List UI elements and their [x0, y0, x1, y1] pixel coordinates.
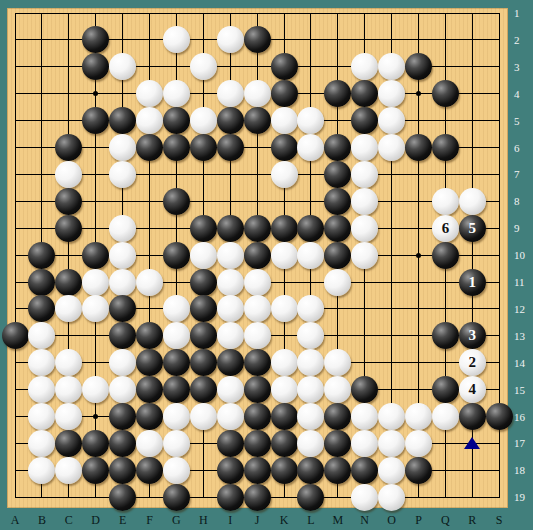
black-stone[interactable]	[190, 376, 217, 403]
row-label: 11	[514, 276, 533, 288]
white-stone[interactable]	[109, 134, 136, 161]
column-label: N	[355, 513, 375, 528]
star-point	[93, 91, 98, 96]
white-stone[interactable]	[109, 161, 136, 188]
white-stone[interactable]	[244, 269, 271, 296]
black-stone[interactable]	[244, 376, 271, 403]
black-stone[interactable]	[217, 349, 244, 376]
black-stone[interactable]	[271, 215, 298, 242]
black-stone[interactable]	[324, 457, 351, 484]
white-stone[interactable]	[378, 53, 405, 80]
move-number-label: 6	[432, 215, 459, 242]
move-number-label: 2	[459, 349, 486, 376]
black-stone[interactable]	[28, 242, 55, 269]
white-stone[interactable]	[297, 295, 324, 322]
white-stone[interactable]	[244, 295, 271, 322]
star-point	[416, 91, 421, 96]
black-stone[interactable]	[82, 242, 109, 269]
white-stone[interactable]	[297, 403, 324, 430]
white-stone[interactable]	[324, 269, 351, 296]
black-stone[interactable]	[55, 269, 82, 296]
black-stone[interactable]	[55, 215, 82, 242]
column-label: B	[32, 513, 52, 528]
white-stone[interactable]	[405, 430, 432, 457]
black-stone[interactable]	[297, 484, 324, 511]
black-stone[interactable]	[405, 134, 432, 161]
black-stone[interactable]	[244, 242, 271, 269]
white-stone[interactable]	[28, 349, 55, 376]
black-stone[interactable]	[163, 349, 190, 376]
column-label: K	[274, 513, 294, 528]
black-stone[interactable]	[82, 107, 109, 134]
black-stone[interactable]	[405, 457, 432, 484]
black-stone[interactable]	[459, 403, 486, 430]
black-stone[interactable]	[55, 430, 82, 457]
white-stone[interactable]	[109, 376, 136, 403]
black-stone[interactable]	[271, 457, 298, 484]
white-stone[interactable]	[55, 349, 82, 376]
black-stone[interactable]	[217, 134, 244, 161]
black-stone[interactable]	[432, 376, 459, 403]
white-stone[interactable]: 2	[459, 349, 486, 376]
black-stone[interactable]	[297, 215, 324, 242]
black-stone[interactable]	[432, 80, 459, 107]
black-stone[interactable]	[432, 322, 459, 349]
white-stone[interactable]	[109, 53, 136, 80]
column-label: O	[382, 513, 402, 528]
column-label: C	[59, 513, 79, 528]
row-label: 12	[514, 303, 533, 315]
black-stone[interactable]	[217, 484, 244, 511]
black-stone[interactable]: 3	[459, 322, 486, 349]
column-label: R	[462, 513, 482, 528]
white-stone[interactable]	[297, 376, 324, 403]
white-stone[interactable]	[163, 26, 190, 53]
white-stone[interactable]	[432, 403, 459, 430]
row-label: 13	[514, 330, 533, 342]
black-stone[interactable]	[28, 269, 55, 296]
black-stone[interactable]	[324, 242, 351, 269]
black-stone[interactable]	[217, 107, 244, 134]
white-stone[interactable]	[297, 242, 324, 269]
black-stone[interactable]	[190, 322, 217, 349]
white-stone[interactable]	[271, 107, 298, 134]
white-stone[interactable]	[190, 107, 217, 134]
black-stone[interactable]	[190, 349, 217, 376]
white-stone[interactable]	[324, 349, 351, 376]
black-stone[interactable]	[190, 269, 217, 296]
column-label: G	[166, 513, 186, 528]
black-stone[interactable]	[244, 403, 271, 430]
white-stone[interactable]	[163, 322, 190, 349]
star-point	[416, 253, 421, 258]
column-label: I	[220, 513, 240, 528]
black-stone[interactable]	[109, 295, 136, 322]
black-stone[interactable]	[190, 134, 217, 161]
white-stone[interactable]	[28, 430, 55, 457]
white-stone[interactable]	[324, 376, 351, 403]
white-stone[interactable]	[109, 242, 136, 269]
black-stone[interactable]	[244, 26, 271, 53]
row-label: 14	[514, 357, 533, 369]
column-label: M	[328, 513, 348, 528]
row-label: 6	[514, 142, 533, 154]
black-stone[interactable]	[109, 107, 136, 134]
white-stone[interactable]	[190, 403, 217, 430]
black-stone[interactable]	[109, 484, 136, 511]
row-label: 3	[514, 61, 533, 73]
black-stone[interactable]	[324, 134, 351, 161]
white-stone[interactable]	[297, 349, 324, 376]
black-stone[interactable]	[351, 457, 378, 484]
black-stone[interactable]	[324, 188, 351, 215]
black-stone[interactable]	[271, 80, 298, 107]
white-stone[interactable]	[244, 322, 271, 349]
white-stone[interactable]	[297, 322, 324, 349]
move-number-label: 3	[459, 322, 486, 349]
white-stone[interactable]	[55, 376, 82, 403]
column-label: H	[193, 513, 213, 528]
row-label: 10	[514, 249, 533, 261]
white-stone[interactable]	[378, 134, 405, 161]
white-stone[interactable]	[351, 188, 378, 215]
white-stone[interactable]	[351, 215, 378, 242]
black-stone[interactable]	[136, 457, 163, 484]
row-label: 2	[514, 34, 533, 46]
black-stone[interactable]	[432, 134, 459, 161]
black-stone[interactable]	[244, 484, 271, 511]
white-stone[interactable]	[55, 161, 82, 188]
black-stone[interactable]	[2, 322, 29, 349]
column-label: L	[301, 513, 321, 528]
go-board-app: 651324 ABCDEFGHIJKLMNOPQRS12345678910111…	[0, 0, 533, 530]
black-stone[interactable]	[163, 242, 190, 269]
black-stone[interactable]	[297, 457, 324, 484]
black-stone[interactable]	[351, 80, 378, 107]
white-stone[interactable]	[432, 188, 459, 215]
white-stone[interactable]	[190, 53, 217, 80]
white-stone[interactable]	[28, 322, 55, 349]
column-label: E	[113, 513, 133, 528]
column-label: S	[489, 513, 509, 528]
white-stone[interactable]	[378, 430, 405, 457]
black-stone[interactable]	[271, 403, 298, 430]
white-stone[interactable]	[55, 403, 82, 430]
row-label: 7	[514, 168, 533, 180]
black-stone[interactable]	[324, 80, 351, 107]
black-stone[interactable]	[163, 376, 190, 403]
white-stone[interactable]	[271, 295, 298, 322]
white-stone[interactable]	[378, 484, 405, 511]
black-stone[interactable]	[82, 53, 109, 80]
black-stone[interactable]	[55, 188, 82, 215]
black-stone[interactable]	[271, 134, 298, 161]
white-stone[interactable]	[217, 26, 244, 53]
black-stone[interactable]	[163, 134, 190, 161]
board-frame	[0, 0, 533, 8]
white-stone[interactable]	[109, 215, 136, 242]
white-stone[interactable]	[217, 322, 244, 349]
column-label: J	[247, 513, 267, 528]
column-label: D	[86, 513, 106, 528]
white-stone[interactable]	[163, 457, 190, 484]
white-stone[interactable]	[459, 188, 486, 215]
black-stone[interactable]	[55, 134, 82, 161]
white-stone[interactable]	[109, 349, 136, 376]
white-stone[interactable]	[271, 161, 298, 188]
black-stone[interactable]	[82, 457, 109, 484]
white-stone[interactable]	[351, 242, 378, 269]
white-stone[interactable]	[163, 403, 190, 430]
black-stone[interactable]	[271, 430, 298, 457]
black-stone[interactable]	[244, 349, 271, 376]
row-label: 19	[514, 491, 533, 503]
triangle-marker[interactable]	[464, 437, 480, 449]
black-stone[interactable]	[351, 107, 378, 134]
star-point	[93, 414, 98, 419]
black-stone[interactable]	[271, 53, 298, 80]
white-stone[interactable]	[82, 269, 109, 296]
black-stone[interactable]	[109, 430, 136, 457]
black-stone[interactable]	[163, 188, 190, 215]
black-stone[interactable]	[109, 403, 136, 430]
black-stone[interactable]	[217, 215, 244, 242]
row-label: 1	[514, 7, 533, 19]
white-stone[interactable]	[217, 242, 244, 269]
white-stone[interactable]	[351, 430, 378, 457]
grid-line	[15, 13, 500, 14]
black-stone[interactable]	[82, 430, 109, 457]
black-stone[interactable]	[486, 403, 513, 430]
white-stone[interactable]	[217, 269, 244, 296]
column-label: A	[5, 513, 25, 528]
white-stone[interactable]	[378, 80, 405, 107]
row-label: 17	[514, 437, 533, 449]
white-stone[interactable]	[378, 107, 405, 134]
white-stone[interactable]	[351, 484, 378, 511]
white-stone[interactable]	[378, 403, 405, 430]
black-stone[interactable]	[190, 215, 217, 242]
white-stone[interactable]	[109, 269, 136, 296]
white-stone[interactable]	[297, 430, 324, 457]
black-stone[interactable]	[324, 161, 351, 188]
black-stone[interactable]	[136, 403, 163, 430]
white-stone[interactable]	[82, 295, 109, 322]
white-stone[interactable]	[28, 403, 55, 430]
grid-line	[15, 201, 500, 202]
black-stone[interactable]	[351, 376, 378, 403]
row-label: 18	[514, 464, 533, 476]
white-stone[interactable]	[378, 457, 405, 484]
move-number-label: 1	[459, 269, 486, 296]
black-stone[interactable]	[244, 107, 271, 134]
white-stone[interactable]	[351, 161, 378, 188]
go-board[interactable]: 651324	[7, 8, 508, 508]
white-stone[interactable]	[297, 107, 324, 134]
white-stone[interactable]	[136, 80, 163, 107]
row-label: 4	[514, 88, 533, 100]
white-stone[interactable]	[217, 376, 244, 403]
row-label: 15	[514, 384, 533, 396]
white-stone[interactable]	[28, 457, 55, 484]
black-stone[interactable]	[244, 215, 271, 242]
white-stone[interactable]	[244, 80, 271, 107]
white-stone[interactable]	[55, 295, 82, 322]
white-stone[interactable]	[163, 295, 190, 322]
white-stone[interactable]	[217, 295, 244, 322]
black-stone[interactable]	[109, 457, 136, 484]
white-stone[interactable]	[136, 269, 163, 296]
black-stone[interactable]	[405, 53, 432, 80]
white-stone[interactable]	[351, 134, 378, 161]
black-stone[interactable]	[136, 349, 163, 376]
black-stone[interactable]	[136, 322, 163, 349]
black-stone[interactable]	[163, 484, 190, 511]
black-stone[interactable]: 5	[459, 215, 486, 242]
black-stone[interactable]	[244, 457, 271, 484]
black-stone[interactable]: 1	[459, 269, 486, 296]
white-stone[interactable]	[217, 80, 244, 107]
white-stone[interactable]	[217, 403, 244, 430]
white-stone[interactable]	[136, 107, 163, 134]
row-label: 16	[514, 411, 533, 423]
white-stone[interactable]	[163, 430, 190, 457]
white-stone[interactable]: 4	[459, 376, 486, 403]
white-stone[interactable]	[271, 349, 298, 376]
black-stone[interactable]	[217, 457, 244, 484]
black-stone[interactable]	[136, 134, 163, 161]
move-number-label: 4	[459, 376, 486, 403]
row-label: 5	[514, 115, 533, 127]
black-stone[interactable]	[28, 295, 55, 322]
white-stone[interactable]	[28, 376, 55, 403]
black-stone[interactable]	[109, 322, 136, 349]
white-stone[interactable]	[190, 242, 217, 269]
black-stone[interactable]	[82, 26, 109, 53]
white-stone[interactable]	[271, 242, 298, 269]
black-stone[interactable]	[190, 295, 217, 322]
black-stone[interactable]	[324, 215, 351, 242]
white-stone[interactable]	[82, 376, 109, 403]
white-stone[interactable]	[351, 403, 378, 430]
white-stone[interactable]	[297, 134, 324, 161]
black-stone[interactable]	[324, 430, 351, 457]
black-stone[interactable]	[432, 242, 459, 269]
white-stone[interactable]: 6	[432, 215, 459, 242]
black-stone[interactable]	[136, 376, 163, 403]
column-label: Q	[435, 513, 455, 528]
white-stone[interactable]	[405, 403, 432, 430]
black-stone[interactable]	[244, 430, 271, 457]
row-label: 8	[514, 195, 533, 207]
white-stone[interactable]	[136, 430, 163, 457]
column-label: P	[409, 513, 429, 528]
white-stone[interactable]	[271, 376, 298, 403]
row-label: 9	[514, 222, 533, 234]
black-stone[interactable]	[163, 107, 190, 134]
move-number-label: 5	[459, 215, 486, 242]
grid-line	[15, 174, 500, 175]
black-stone[interactable]	[324, 403, 351, 430]
black-stone[interactable]	[217, 430, 244, 457]
column-label: F	[140, 513, 160, 528]
white-stone[interactable]	[55, 457, 82, 484]
white-stone[interactable]	[351, 53, 378, 80]
white-stone[interactable]	[163, 80, 190, 107]
